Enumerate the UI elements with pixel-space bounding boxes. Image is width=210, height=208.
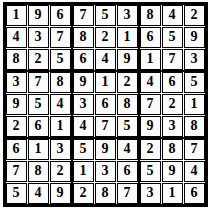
- cell-r8c5: 3: [95, 161, 116, 182]
- cell-r9c4: 2: [73, 183, 94, 204]
- cell-r9c8: 1: [162, 183, 183, 204]
- cell-r7c7: 2: [140, 139, 161, 160]
- block-3-1: 613782549: [6, 139, 71, 204]
- cell-r1c8: 4: [162, 5, 183, 26]
- cell-r1c6: 3: [117, 5, 138, 26]
- cell-r2c3: 7: [50, 27, 71, 48]
- block-3-3: 287594316: [140, 139, 205, 204]
- cell-r6c9: 8: [184, 116, 205, 137]
- cell-r5c9: 1: [184, 94, 205, 115]
- cell-r6c2: 6: [28, 116, 49, 137]
- cell-r9c5: 8: [95, 183, 116, 204]
- cell-r5c7: 7: [140, 94, 161, 115]
- cell-r5c4: 3: [73, 94, 94, 115]
- cell-r9c1: 5: [6, 183, 27, 204]
- cell-r3c7: 1: [140, 49, 161, 70]
- cell-r3c6: 9: [117, 49, 138, 70]
- cell-r7c5: 9: [95, 139, 116, 160]
- block-1-1: 196437825: [6, 5, 71, 70]
- block-3-2: 594136287: [73, 139, 138, 204]
- cell-r3c1: 8: [6, 49, 27, 70]
- sudoku-board: 1964378257538216498426591733789542619123…: [3, 2, 208, 207]
- cell-r2c1: 4: [6, 27, 27, 48]
- cell-r7c1: 6: [6, 139, 27, 160]
- cell-r8c2: 8: [28, 161, 49, 182]
- cell-r4c5: 1: [95, 72, 116, 93]
- cell-r5c1: 9: [6, 94, 27, 115]
- cell-r7c2: 1: [28, 139, 49, 160]
- cell-r1c4: 7: [73, 5, 94, 26]
- cell-r4c7: 4: [140, 72, 161, 93]
- cell-r8c7: 5: [140, 161, 161, 182]
- cell-r2c9: 9: [184, 27, 205, 48]
- cell-r6c4: 4: [73, 116, 94, 137]
- cell-r4c8: 6: [162, 72, 183, 93]
- cell-r6c1: 2: [6, 116, 27, 137]
- cell-r5c6: 8: [117, 94, 138, 115]
- cell-r2c5: 2: [95, 27, 116, 48]
- block-1-2: 753821649: [73, 5, 138, 70]
- cell-r9c6: 7: [117, 183, 138, 204]
- cell-r6c3: 1: [50, 116, 71, 137]
- cell-r4c3: 8: [50, 72, 71, 93]
- cell-r8c9: 4: [184, 161, 205, 182]
- cell-r8c4: 1: [73, 161, 94, 182]
- cell-r4c6: 2: [117, 72, 138, 93]
- cell-r2c6: 1: [117, 27, 138, 48]
- cell-r2c2: 3: [28, 27, 49, 48]
- cell-r5c8: 2: [162, 94, 183, 115]
- cell-r5c5: 6: [95, 94, 116, 115]
- cell-r7c3: 3: [50, 139, 71, 160]
- cell-r4c1: 3: [6, 72, 27, 93]
- cell-r1c2: 9: [28, 5, 49, 26]
- cell-r9c3: 9: [50, 183, 71, 204]
- block-2-3: 465721938: [140, 72, 205, 137]
- cell-r3c3: 5: [50, 49, 71, 70]
- cell-r1c7: 8: [140, 5, 161, 26]
- cell-r5c3: 4: [50, 94, 71, 115]
- cell-r1c3: 6: [50, 5, 71, 26]
- cell-r3c8: 7: [162, 49, 183, 70]
- cell-r1c5: 5: [95, 5, 116, 26]
- cell-r3c5: 4: [95, 49, 116, 70]
- cell-r1c9: 2: [184, 5, 205, 26]
- cell-r2c7: 6: [140, 27, 161, 48]
- cell-r3c9: 3: [184, 49, 205, 70]
- cell-r8c8: 9: [162, 161, 183, 182]
- cell-r8c3: 2: [50, 161, 71, 182]
- cell-r1c1: 1: [6, 5, 27, 26]
- cell-r4c4: 9: [73, 72, 94, 93]
- cell-r6c6: 5: [117, 116, 138, 137]
- cell-r4c9: 5: [184, 72, 205, 93]
- cell-r5c2: 5: [28, 94, 49, 115]
- cell-r4c2: 7: [28, 72, 49, 93]
- block-2-1: 378954261: [6, 72, 71, 137]
- cell-r9c2: 4: [28, 183, 49, 204]
- cell-r7c6: 4: [117, 139, 138, 160]
- cell-r6c7: 9: [140, 116, 161, 137]
- cell-r7c4: 5: [73, 139, 94, 160]
- cell-r8c6: 6: [117, 161, 138, 182]
- cell-r6c8: 3: [162, 116, 183, 137]
- cell-r3c4: 6: [73, 49, 94, 70]
- cell-r9c9: 6: [184, 183, 205, 204]
- block-1-3: 842659173: [140, 5, 205, 70]
- cell-r7c8: 8: [162, 139, 183, 160]
- cell-r6c5: 7: [95, 116, 116, 137]
- cell-r2c4: 8: [73, 27, 94, 48]
- block-2-2: 912368475: [73, 72, 138, 137]
- cell-r2c8: 5: [162, 27, 183, 48]
- cell-r9c7: 3: [140, 183, 161, 204]
- cell-r7c9: 7: [184, 139, 205, 160]
- cell-r3c2: 2: [28, 49, 49, 70]
- cell-r8c1: 7: [6, 161, 27, 182]
